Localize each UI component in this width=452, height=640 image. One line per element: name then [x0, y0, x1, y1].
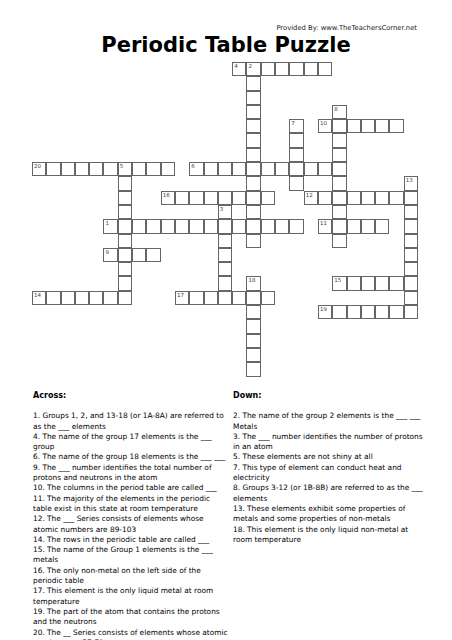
grid-cell[interactable]	[318, 62, 332, 76]
grid-cell[interactable]	[146, 162, 160, 176]
clue-item: 14. The rows in the periodic table are c…	[33, 535, 230, 545]
grid-cell[interactable]	[404, 191, 418, 205]
grid-cell[interactable]: 14	[32, 291, 46, 305]
cell-number: 8	[334, 106, 338, 112]
grid-cell[interactable]	[246, 305, 260, 319]
grid-cell[interactable]: 2	[246, 62, 260, 76]
grid-cell[interactable]	[361, 119, 375, 133]
grid-cell[interactable]	[332, 191, 346, 205]
clue-item: 20. The __ Series consists of elements w…	[33, 628, 230, 640]
worksheet-page: Provided By: www.TheTeachersCorner.net P…	[0, 0, 452, 640]
grid-cell[interactable]	[232, 191, 246, 205]
crossword-grid: 4287102056131612311191815141719	[32, 62, 418, 377]
down-clues-column: Down: 2. The name of the group 2 element…	[233, 391, 425, 545]
grid-cell[interactable]	[304, 62, 318, 76]
grid-cell[interactable]	[204, 219, 218, 233]
grid-cell[interactable]	[161, 219, 175, 233]
grid-cell[interactable]	[404, 276, 418, 290]
grid-cell[interactable]	[175, 191, 189, 205]
grid-cell[interactable]	[118, 191, 132, 205]
grid-cell[interactable]	[404, 262, 418, 276]
grid-cell[interactable]	[218, 191, 232, 205]
grid-cell[interactable]	[246, 191, 260, 205]
grid-cell[interactable]	[389, 305, 403, 319]
grid-cell[interactable]	[246, 148, 260, 162]
grid-cell[interactable]	[289, 62, 303, 76]
grid-cell[interactable]	[332, 205, 346, 219]
grid-cell[interactable]: 13	[404, 176, 418, 190]
grid-cell[interactable]	[218, 248, 232, 262]
grid-cell[interactable]	[347, 276, 361, 290]
cell-number: 15	[334, 277, 341, 283]
grid-cell[interactable]	[375, 305, 389, 319]
cell-number: 1	[105, 220, 109, 226]
grid-cell[interactable]	[246, 362, 260, 376]
grid-cell[interactable]	[332, 176, 346, 190]
grid-cell[interactable]	[246, 205, 260, 219]
grid-cell[interactable]	[404, 248, 418, 262]
cell-number: 13	[406, 177, 413, 183]
grid-cell[interactable]	[289, 176, 303, 190]
grid-cell[interactable]	[318, 162, 332, 176]
cell-number: 18	[248, 277, 255, 283]
grid-cell[interactable]	[61, 162, 75, 176]
cell-number: 3	[220, 206, 224, 212]
grid-cell[interactable]	[347, 305, 361, 319]
grid-cell[interactable]	[261, 219, 275, 233]
clue-item: 2. The name of the group 2 elements is t…	[233, 411, 425, 432]
grid-cell[interactable]	[246, 119, 260, 133]
grid-cell[interactable]	[246, 91, 260, 105]
grid-cell[interactable]	[218, 219, 232, 233]
cell-number: 20	[34, 163, 41, 169]
clue-item: 15. The name of the Group 1 elements is …	[33, 545, 230, 566]
grid-cell[interactable]	[332, 305, 346, 319]
clue-item: 1. Groups 1, 2, and 13-18 (or 1A-8A) are…	[33, 411, 230, 432]
grid-cell[interactable]	[361, 276, 375, 290]
clue-item: 11. The majority of the elements in the …	[33, 494, 230, 515]
grid-cell[interactable]	[347, 119, 361, 133]
provided-by-text: Provided By: www.TheTeachersCorner.net	[276, 24, 417, 32]
clue-item: 19. The part of the atom that contains t…	[33, 607, 230, 628]
grid-cell[interactable]	[289, 219, 303, 233]
across-clues-list: 1. Groups 1, 2, and 13-18 (or 1A-8A) are…	[33, 411, 230, 640]
grid-cell[interactable]	[103, 162, 117, 176]
grid-cell[interactable]	[189, 219, 203, 233]
grid-cell[interactable]	[404, 234, 418, 248]
cell-number: 10	[320, 120, 327, 126]
cell-number: 4	[234, 63, 238, 69]
grid-cell[interactable]	[375, 219, 389, 233]
cell-number: 17	[177, 292, 184, 298]
grid-cell[interactable]	[261, 62, 275, 76]
grid-cell[interactable]: 16	[161, 191, 175, 205]
grid-cell[interactable]: 12	[304, 191, 318, 205]
grid-cell[interactable]	[347, 219, 361, 233]
grid-cell[interactable]	[389, 191, 403, 205]
grid-cell[interactable]	[289, 148, 303, 162]
grid-cell[interactable]	[332, 234, 346, 248]
grid-cell[interactable]	[232, 291, 246, 305]
grid-cell[interactable]	[189, 191, 203, 205]
grid-cell[interactable]	[46, 162, 60, 176]
grid-cell[interactable]	[132, 219, 146, 233]
grid-cell[interactable]	[246, 219, 260, 233]
cell-number: 16	[163, 192, 170, 198]
grid-cell[interactable]: 11	[318, 219, 332, 233]
grid-cell[interactable]: 17	[175, 291, 189, 305]
clue-item: 12. The ___ Series consists of elements …	[33, 514, 230, 535]
grid-cell[interactable]	[404, 305, 418, 319]
clue-item: 18. This element is the only liquid non-…	[233, 525, 425, 546]
grid-cell[interactable]	[89, 162, 103, 176]
grid-cell[interactable]	[246, 162, 260, 176]
cell-number: 9	[105, 249, 109, 255]
grid-cell[interactable]	[61, 291, 75, 305]
clue-item: 13. These elements exhibit some properti…	[233, 504, 425, 525]
grid-cell[interactable]: 7	[289, 119, 303, 133]
grid-cell[interactable]	[118, 219, 132, 233]
clue-item: 17. This element is the only liquid meta…	[33, 586, 230, 607]
grid-cell[interactable]	[218, 234, 232, 248]
grid-cell[interactable]	[347, 191, 361, 205]
grid-cell[interactable]: 18	[246, 276, 260, 290]
grid-cell[interactable]	[232, 219, 246, 233]
down-clues-list: 2. The name of the group 2 elements is t…	[233, 411, 425, 545]
across-heading: Across:	[33, 391, 230, 401]
grid-cell[interactable]: 6	[189, 162, 203, 176]
grid-cell[interactable]	[161, 162, 175, 176]
grid-cell[interactable]	[304, 162, 318, 176]
grid-cell[interactable]: 5	[118, 162, 132, 176]
grid-cell[interactable]	[246, 334, 260, 348]
grid-cell[interactable]	[246, 105, 260, 119]
grid-cell[interactable]	[375, 276, 389, 290]
grid-cell[interactable]	[404, 291, 418, 305]
grid-cell[interactable]	[246, 348, 260, 362]
grid-cell[interactable]	[289, 162, 303, 176]
grid-cell[interactable]	[218, 291, 232, 305]
clue-item: 10. The columns in the period table are …	[33, 483, 230, 493]
clue-item: 4. The name of the group 17 elements is …	[33, 432, 230, 453]
grid-cell[interactable]	[261, 191, 275, 205]
grid-cell[interactable]	[204, 162, 218, 176]
grid-cell[interactable]	[75, 291, 89, 305]
grid-cell[interactable]	[118, 276, 132, 290]
grid-cell[interactable]: 20	[32, 162, 46, 176]
cell-number: 6	[191, 163, 195, 169]
grid-cell[interactable]	[275, 62, 289, 76]
grid-cell[interactable]	[189, 291, 203, 305]
grid-cell[interactable]	[146, 248, 160, 262]
grid-cell[interactable]	[275, 219, 289, 233]
grid-cell[interactable]	[404, 219, 418, 233]
cell-number: 7	[291, 120, 295, 126]
grid-cell[interactable]: 8	[332, 105, 346, 119]
clue-item: 6. The name of the group 18 elements is …	[33, 452, 230, 462]
grid-cell[interactable]: 10	[318, 119, 332, 133]
grid-cell[interactable]	[132, 162, 146, 176]
grid-cell[interactable]	[332, 219, 346, 233]
grid-cell[interactable]	[232, 162, 246, 176]
grid-cell[interactable]	[204, 291, 218, 305]
grid-cell[interactable]	[103, 291, 117, 305]
clue-item: 3. The ___ number identifies the number …	[233, 432, 425, 453]
cell-number: 19	[320, 306, 327, 312]
grid-cell[interactable]	[361, 219, 375, 233]
grid-cell[interactable]	[261, 162, 275, 176]
grid-cell[interactable]	[89, 291, 103, 305]
across-clues-column: Across: 1. Groups 1, 2, and 13-18 (or 1A…	[33, 391, 230, 640]
grid-cell[interactable]	[261, 291, 275, 305]
grid-cell[interactable]	[389, 276, 403, 290]
grid-cell[interactable]	[132, 248, 146, 262]
grid-cell[interactable]	[246, 76, 260, 90]
grid-cell[interactable]	[218, 162, 232, 176]
cell-number: 5	[120, 163, 124, 169]
clue-item: 7. This type of element can conduct heat…	[233, 463, 425, 484]
clue-item: 16. The only non-metal on the left side …	[33, 566, 230, 587]
grid-cell[interactable]	[404, 205, 418, 219]
grid-cell[interactable]	[375, 119, 389, 133]
grid-cell[interactable]	[218, 262, 232, 276]
grid-cell[interactable]	[118, 176, 132, 190]
cell-number: 12	[306, 192, 313, 198]
cell-number: 14	[34, 292, 41, 298]
grid-cell[interactable]	[246, 319, 260, 333]
down-heading: Down:	[233, 391, 425, 401]
grid-cell[interactable]	[246, 291, 260, 305]
grid-cell[interactable]	[389, 119, 403, 133]
grid-cell[interactable]	[361, 305, 375, 319]
cell-number: 2	[248, 63, 252, 69]
grid-cell[interactable]	[332, 148, 346, 162]
grid-cell[interactable]	[246, 176, 260, 190]
grid-cell[interactable]: 9	[103, 248, 117, 262]
grid-cell[interactable]	[118, 234, 132, 248]
grid-cell[interactable]	[118, 262, 132, 276]
grid-cell[interactable]	[118, 248, 132, 262]
grid-cell[interactable]	[289, 133, 303, 147]
grid-cell[interactable]	[75, 162, 89, 176]
grid-cell[interactable]	[46, 291, 60, 305]
grid-cell[interactable]: 4	[232, 62, 246, 76]
grid-cell[interactable]	[118, 291, 132, 305]
grid-cell[interactable]: 3	[218, 205, 232, 219]
grid-cell[interactable]	[204, 191, 218, 205]
grid-cell[interactable]	[246, 133, 260, 147]
clue-item: 8. Groups 3-12 (or 1B-8B) are referred t…	[233, 483, 425, 504]
grid-cell[interactable]	[332, 119, 346, 133]
grid-cell[interactable]	[118, 205, 132, 219]
grid-cell[interactable]	[318, 191, 332, 205]
grid-cell[interactable]	[275, 162, 289, 176]
clue-item: 9. The ___ number identifies the total n…	[33, 463, 230, 484]
grid-cell[interactable]: 15	[332, 276, 346, 290]
page-title: Periodic Table Puzzle	[0, 33, 452, 57]
grid-cell[interactable]	[246, 234, 260, 248]
clue-item: 5. These elements are not shiny at all	[233, 452, 425, 462]
grid-cell[interactable]	[332, 133, 346, 147]
grid-cell[interactable]	[332, 162, 346, 176]
grid-cell[interactable]	[175, 219, 189, 233]
grid-cell[interactable]	[218, 276, 232, 290]
grid-cell[interactable]: 1	[103, 219, 117, 233]
grid-cell[interactable]	[375, 191, 389, 205]
cell-number: 11	[320, 220, 327, 226]
grid-cell[interactable]	[361, 191, 375, 205]
grid-cell[interactable]	[146, 219, 160, 233]
grid-cell[interactable]: 19	[318, 305, 332, 319]
